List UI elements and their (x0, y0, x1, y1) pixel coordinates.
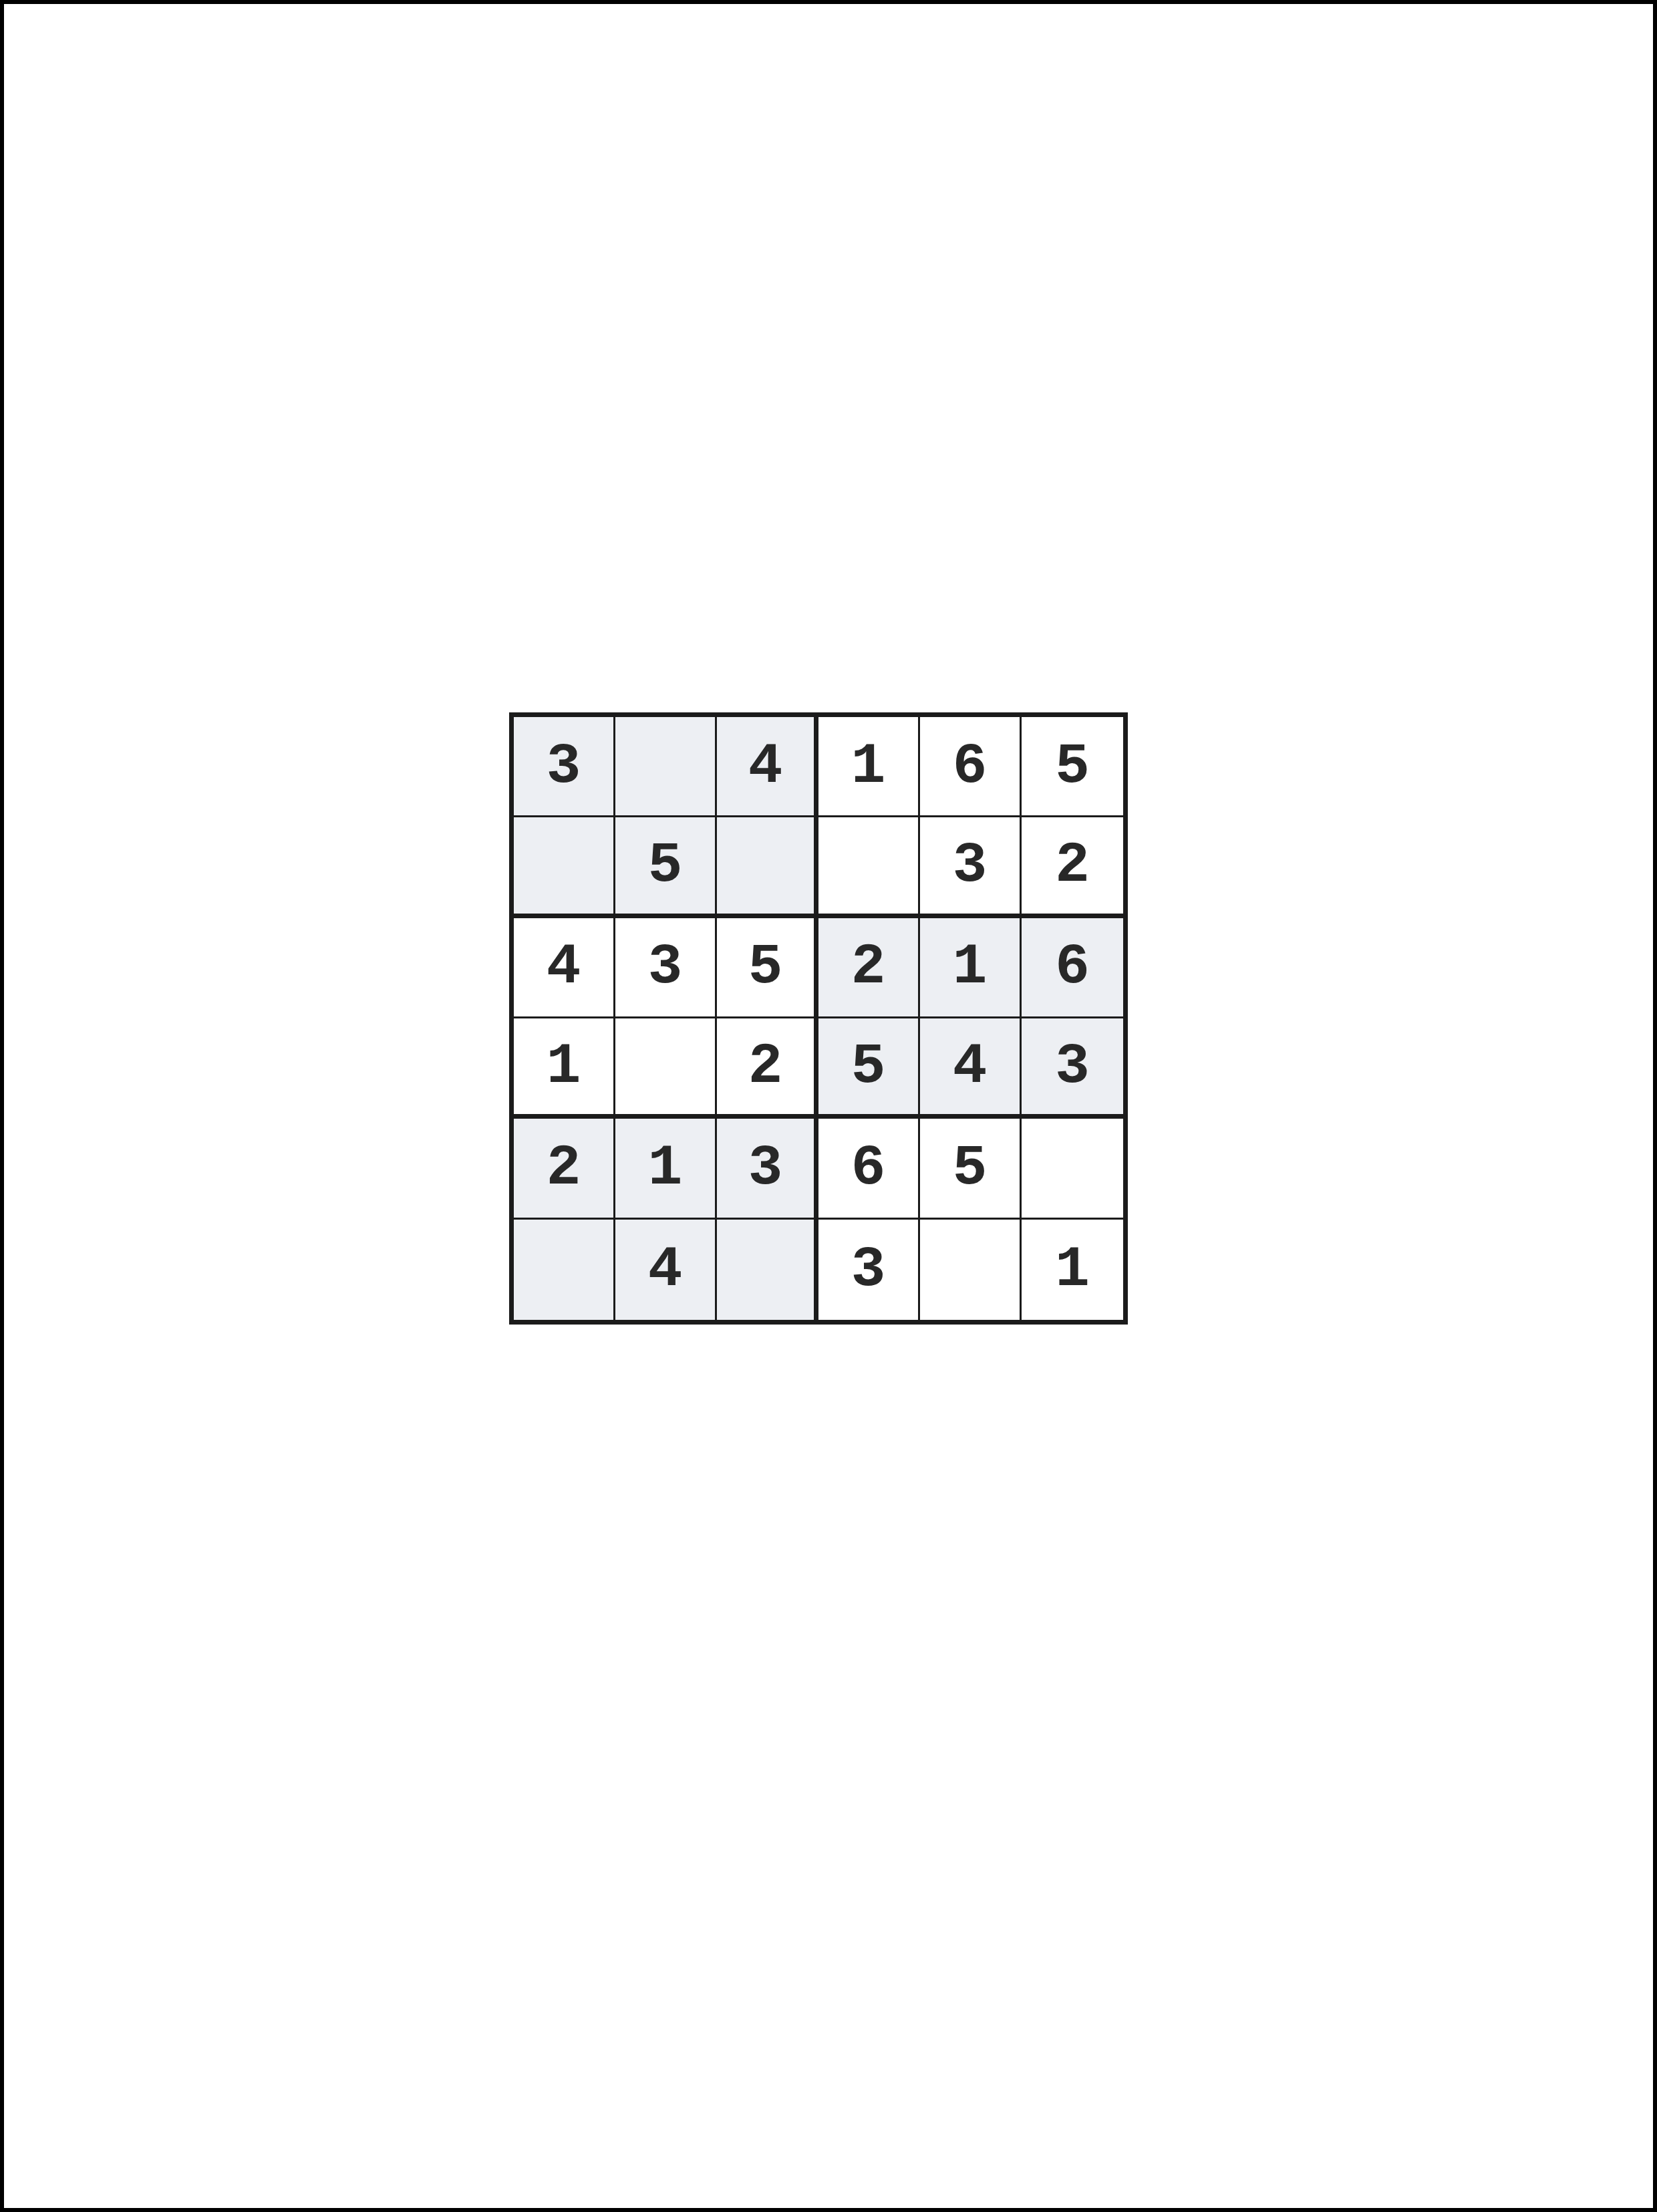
cell-r6c2-given-4: 4 (615, 1220, 717, 1320)
cell-r3c5-given-1: 1 (920, 918, 1022, 1018)
cell-r3c1-given-4: 4 (514, 918, 615, 1018)
cell-r1c5-given-6: 6 (920, 717, 1022, 817)
cell-r3c3-given-5: 5 (717, 918, 818, 1018)
cell-r2c5-given-3: 3 (920, 817, 1022, 918)
cell-r4c4-given-5: 5 (818, 1018, 920, 1119)
cell-r1c1-given-3: 3 (514, 717, 615, 817)
cell-r2c6-given-2: 2 (1022, 817, 1123, 918)
cell-r4c2-empty[interactable] (615, 1018, 717, 1119)
cell-r2c2-given-5: 5 (615, 817, 717, 918)
cell-r1c3-given-4: 4 (717, 717, 818, 817)
sudoku-grid: 341655324352161254321365431 (509, 712, 1128, 1325)
cell-r5c5-given-5: 5 (920, 1119, 1022, 1219)
scanned-puzzle-page: 341655324352161254321365431 (0, 0, 1657, 2212)
cell-r6c4-given-3: 3 (818, 1220, 920, 1320)
cell-r3c6-given-6: 6 (1022, 918, 1123, 1018)
cell-r4c6-given-3: 3 (1022, 1018, 1123, 1119)
cell-r2c4-empty[interactable] (818, 817, 920, 918)
cell-r6c6-given-1: 1 (1022, 1220, 1123, 1320)
cell-r6c3-empty[interactable] (717, 1220, 818, 1320)
cell-r4c3-given-2: 2 (717, 1018, 818, 1119)
cell-r2c1-empty[interactable] (514, 817, 615, 918)
cell-r3c2-given-3: 3 (615, 918, 717, 1018)
cell-r1c6-given-5: 5 (1022, 717, 1123, 817)
cell-r4c1-given-1: 1 (514, 1018, 615, 1119)
cell-r5c3-given-3: 3 (717, 1119, 818, 1219)
cell-r5c2-given-1: 1 (615, 1119, 717, 1219)
cell-r4c5-given-4: 4 (920, 1018, 1022, 1119)
cell-r1c2-empty[interactable] (615, 717, 717, 817)
cell-r5c1-given-2: 2 (514, 1119, 615, 1219)
cell-r6c1-empty[interactable] (514, 1220, 615, 1320)
cell-r2c3-empty[interactable] (717, 817, 818, 918)
cell-r1c4-given-1: 1 (818, 717, 920, 817)
cell-r6c5-empty[interactable] (920, 1220, 1022, 1320)
cell-r3c4-given-2: 2 (818, 918, 920, 1018)
cell-r5c6-empty[interactable] (1022, 1119, 1123, 1219)
cell-r5c4-given-6: 6 (818, 1119, 920, 1219)
